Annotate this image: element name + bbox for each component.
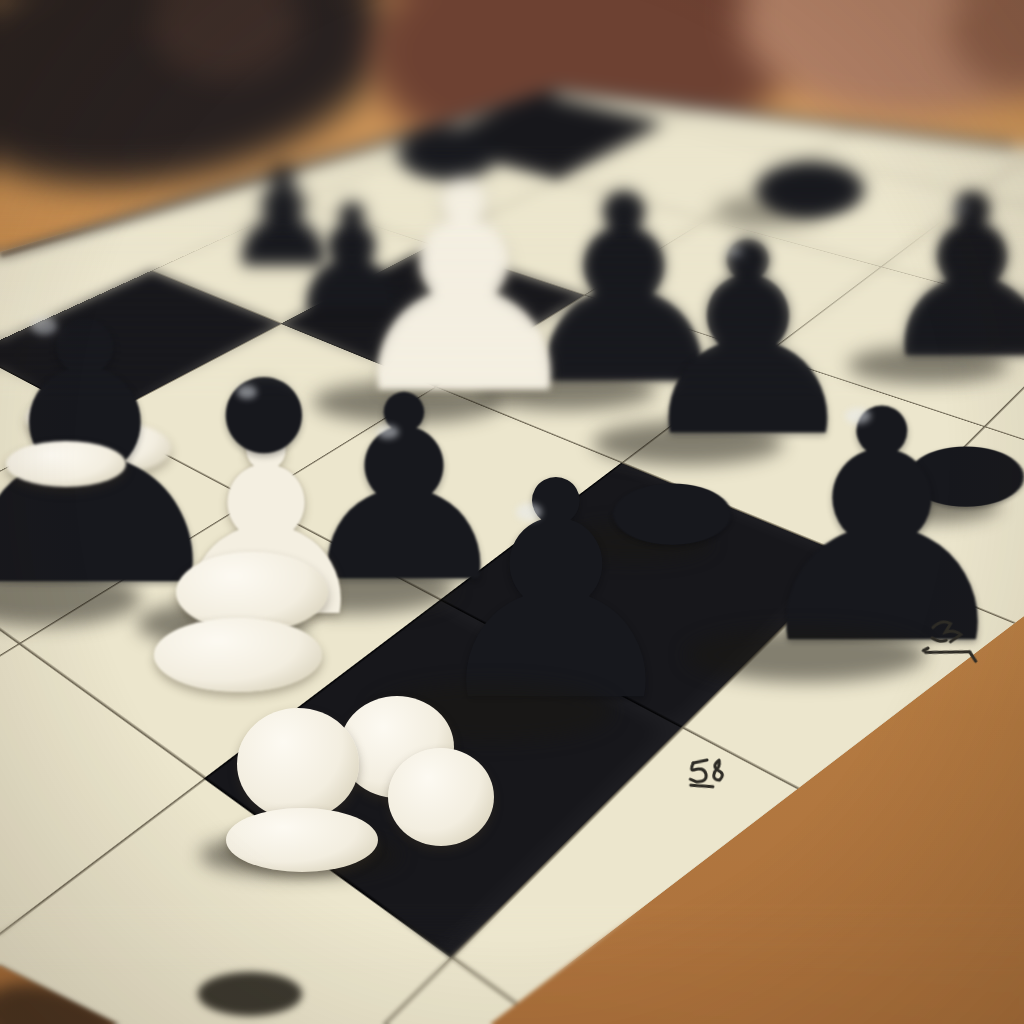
specular-highlight — [727, 247, 743, 257]
ink-glyph-marking — [909, 604, 987, 669]
white-blob-piece[interactable] — [237, 708, 359, 820]
white-blob-piece[interactable] — [154, 618, 322, 692]
specular-highlight — [31, 317, 57, 335]
specular-highlight — [953, 203, 967, 213]
piece-layer: ♟♟●♟♟●♟♟●●♟♟♟♟♟● — [0, 0, 1024, 1024]
black-pawn[interactable]: ♟ — [422, 480, 691, 705]
board-photo-scene: ♟♟●♟♟●♟♟●●♟♟♟♟♟● — [0, 0, 1024, 1024]
white-blob-piece[interactable] — [388, 748, 494, 846]
specular-highlight — [516, 503, 542, 521]
specular-highlight — [237, 385, 257, 399]
round-stamp-marking — [198, 972, 302, 1016]
black-pawn[interactable]: ♟ — [871, 193, 1024, 362]
white-ring-piece[interactable] — [6, 441, 126, 487]
specular-highlight — [377, 425, 399, 439]
piece-shadow — [686, 628, 926, 682]
specular-highlight — [845, 408, 871, 424]
white-blob-piece[interactable] — [226, 808, 378, 872]
black-pawn-head[interactable]: ● — [220, 369, 307, 444]
scribble-58-marking — [676, 748, 739, 800]
